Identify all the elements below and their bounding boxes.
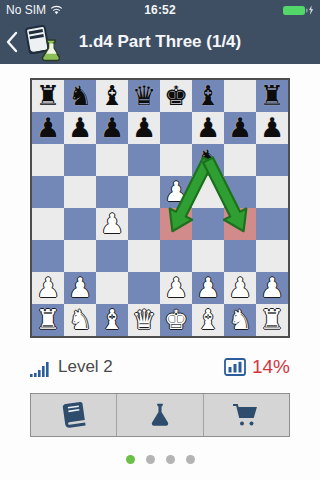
square-d7[interactable]: ♟ [128, 112, 160, 144]
square-g3[interactable] [224, 240, 256, 272]
square-d1[interactable]: ♛ [128, 304, 160, 336]
page-control[interactable] [0, 455, 320, 464]
white-pawn: ♟ [164, 176, 188, 208]
square-h2[interactable]: ♟ [256, 272, 288, 304]
book-flask-icon [22, 23, 60, 63]
square-f5[interactable] [192, 176, 224, 208]
square-b5[interactable] [64, 176, 96, 208]
black-bishop: ♝ [196, 80, 220, 112]
white-pawn: ♟ [260, 272, 284, 304]
white-bishop: ♝ [100, 304, 124, 336]
square-c7[interactable]: ♟ [96, 112, 128, 144]
square-d4[interactable] [128, 208, 160, 240]
status-bar: No SIM 16:52 [0, 0, 320, 20]
black-pawn: ♟ [196, 112, 220, 144]
square-h7[interactable]: ♟ [256, 112, 288, 144]
bottom-toolbar [30, 393, 290, 437]
square-a8[interactable]: ♜ [32, 80, 64, 112]
black-bishop: ♝ [100, 80, 124, 112]
flask-icon [147, 402, 173, 428]
square-e5[interactable]: ♟ [160, 176, 192, 208]
carrier-label: No SIM [6, 3, 46, 17]
book-icon [58, 400, 89, 430]
square-e4[interactable] [160, 208, 192, 240]
square-b7[interactable]: ♟ [64, 112, 96, 144]
bar-chart-icon [224, 358, 246, 376]
white-pawn: ♟ [228, 272, 252, 304]
white-rook: ♜ [260, 304, 284, 336]
square-g8[interactable] [224, 80, 256, 112]
white-knight: ♞ [68, 304, 92, 336]
black-knight: ♞ [68, 80, 92, 112]
square-a6[interactable] [32, 144, 64, 176]
square-b2[interactable]: ♟ [64, 272, 96, 304]
square-g1[interactable]: ♞ [224, 304, 256, 336]
white-rook: ♜ [36, 304, 60, 336]
black-pawn: ♟ [228, 112, 252, 144]
square-e1[interactable]: ♚ [160, 304, 192, 336]
progress-row: Level 2 14% [30, 355, 290, 379]
square-a2[interactable]: ♟ [32, 272, 64, 304]
square-a1[interactable]: ♜ [32, 304, 64, 336]
square-d6[interactable] [128, 144, 160, 176]
black-king: ♚ [164, 80, 188, 112]
square-f3[interactable] [192, 240, 224, 272]
square-f6[interactable]: ♞ [192, 144, 224, 176]
level-label: Level 2 [58, 357, 113, 377]
white-pawn: ♟ [164, 272, 188, 304]
battery-charging-icon [282, 5, 314, 16]
black-rook: ♜ [36, 80, 60, 112]
nav-bar: 1.d4 Part Three (1/4) [0, 20, 320, 64]
page-dot-3 [166, 455, 175, 464]
square-f2[interactable]: ♟ [192, 272, 224, 304]
square-b4[interactable] [64, 208, 96, 240]
square-h8[interactable]: ♜ [256, 80, 288, 112]
white-bishop: ♝ [196, 304, 220, 336]
black-knight: ♞ [196, 144, 220, 176]
square-a3[interactable] [32, 240, 64, 272]
black-rook: ♜ [260, 80, 284, 112]
black-pawn: ♟ [260, 112, 284, 144]
black-pawn: ♟ [68, 112, 92, 144]
white-pawn: ♟ [196, 272, 220, 304]
page-dot-4 [186, 455, 195, 464]
square-h1[interactable]: ♜ [256, 304, 288, 336]
square-a7[interactable]: ♟ [32, 112, 64, 144]
clock: 16:52 [144, 3, 176, 17]
square-a5[interactable] [32, 176, 64, 208]
square-g4[interactable] [224, 208, 256, 240]
page-dot-2 [146, 455, 155, 464]
cart-button[interactable] [203, 394, 289, 436]
square-h5[interactable] [256, 176, 288, 208]
square-e3[interactable] [160, 240, 192, 272]
square-e8[interactable]: ♚ [160, 80, 192, 112]
square-a4[interactable] [32, 208, 64, 240]
board-squares[interactable]: ♜♞♝♛♚♝♜♟♟♟♟♟♟♟♞♟♟♟♟♟♟♟♟♜♞♝♛♚♝♞♜ [32, 80, 288, 336]
cart-icon [231, 402, 261, 428]
book-button[interactable] [31, 394, 116, 436]
square-c3[interactable] [96, 240, 128, 272]
square-h6[interactable] [256, 144, 288, 176]
black-pawn: ♟ [100, 112, 124, 144]
white-pawn: ♟ [36, 272, 60, 304]
chevron-left-icon [6, 31, 18, 53]
square-d8[interactable]: ♛ [128, 80, 160, 112]
square-e2[interactable]: ♟ [160, 272, 192, 304]
signal-bars-icon [30, 361, 52, 377]
square-b3[interactable] [64, 240, 96, 272]
square-g2[interactable]: ♟ [224, 272, 256, 304]
square-b1[interactable]: ♞ [64, 304, 96, 336]
black-pawn: ♟ [132, 112, 156, 144]
white-king: ♚ [164, 304, 188, 336]
app-screen: No SIM 16:52 [0, 0, 320, 480]
square-h3[interactable] [256, 240, 288, 272]
square-b8[interactable]: ♞ [64, 80, 96, 112]
white-pawn: ♟ [100, 208, 124, 240]
square-d2[interactable] [128, 272, 160, 304]
square-c6[interactable] [96, 144, 128, 176]
square-g7[interactable]: ♟ [224, 112, 256, 144]
white-knight: ♞ [228, 304, 252, 336]
square-c2[interactable] [96, 272, 128, 304]
chess-board[interactable]: ♜♞♝♛♚♝♜♟♟♟♟♟♟♟♞♟♟♟♟♟♟♟♟♜♞♝♛♚♝♞♜ [30, 78, 290, 338]
square-h4[interactable] [256, 208, 288, 240]
square-c5[interactable] [96, 176, 128, 208]
square-d3[interactable] [128, 240, 160, 272]
square-f7[interactable]: ♟ [192, 112, 224, 144]
square-b6[interactable] [64, 144, 96, 176]
square-d5[interactable] [128, 176, 160, 208]
square-c4[interactable]: ♟ [96, 208, 128, 240]
flask-button[interactable] [116, 394, 202, 436]
black-queen: ♛ [132, 80, 156, 112]
back-button[interactable] [6, 30, 20, 54]
white-queen: ♛ [132, 304, 156, 336]
square-f4[interactable] [192, 208, 224, 240]
square-e6[interactable] [160, 144, 192, 176]
square-c1[interactable]: ♝ [96, 304, 128, 336]
black-pawn: ♟ [36, 112, 60, 144]
square-g5[interactable] [224, 176, 256, 208]
page-dot-1 [126, 455, 135, 464]
white-pawn: ♟ [68, 272, 92, 304]
square-c8[interactable]: ♝ [96, 80, 128, 112]
square-g6[interactable] [224, 144, 256, 176]
square-f1[interactable]: ♝ [192, 304, 224, 336]
square-f8[interactable]: ♝ [192, 80, 224, 112]
square-e7[interactable] [160, 112, 192, 144]
score-percentage: 14% [252, 356, 290, 378]
wifi-icon [50, 5, 63, 15]
